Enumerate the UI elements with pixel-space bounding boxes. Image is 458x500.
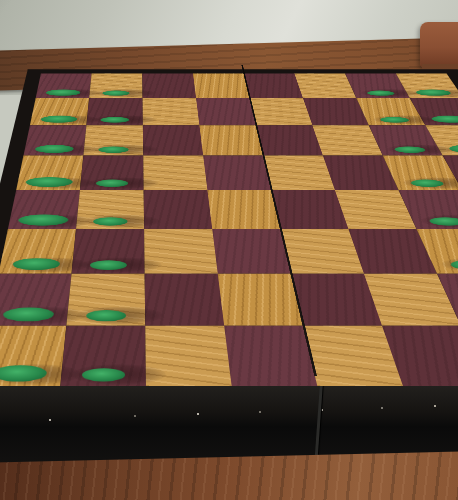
square-e4 [207,190,280,229]
square-h2: ♟ [60,326,146,387]
square-g4 [218,274,303,326]
square-c4 [199,125,263,155]
square-c5 [256,125,323,155]
square-d4 [203,156,271,190]
chess-board: ♜♟♟♜♞♟♟♞♝♟♟♝♛♟♟♛♚♟♟♚♝♟♟♝♞♟♟♞♜♟♟♜ [0,69,458,389]
scuff-marks [0,386,458,464]
board-squares: ♜♟♟♜♞♟♟♞♝♟♟♝♛♟♟♛♚♟♟♚♝♟♟♝♞♟♟♞♜♟♟♜ [0,74,458,387]
square-h6 [382,326,458,387]
square-a5 [244,74,303,98]
white-pawn-glyph: ♟ [25,237,183,378]
square-f4 [212,229,291,274]
black-pawn-glyph: ♟ [448,237,458,378]
piece-anchor: ♟ [60,326,146,387]
board-box-front-side [0,386,458,464]
square-h4 [224,326,317,387]
square-a4 [193,74,249,98]
chess-set-photo: ♜♟♟♜♞♟♟♞♝♟♟♝♛♟♟♛♚♟♟♚♝♟♟♝♞♟♟♞♜♟♟♜ [0,0,458,500]
square-b5 [249,98,312,125]
square-b4 [196,98,256,125]
